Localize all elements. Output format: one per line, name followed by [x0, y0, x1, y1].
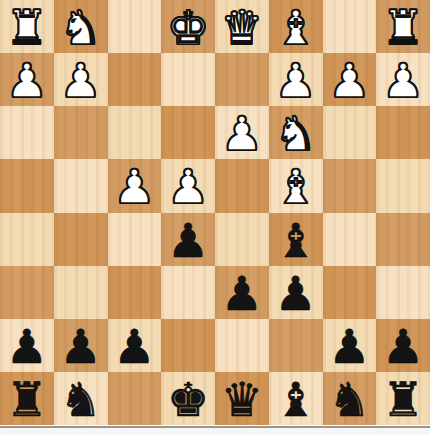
white-pawn[interactable]: ♟	[6, 57, 48, 104]
black-pawn[interactable]: ♟	[113, 323, 155, 370]
square-h6[interactable]	[0, 266, 54, 319]
white-bishop[interactable]: ♝	[275, 4, 317, 51]
square-c1[interactable]: ♝	[269, 0, 323, 53]
square-f1[interactable]	[108, 0, 162, 53]
square-b6[interactable]	[323, 266, 377, 319]
square-c4[interactable]: ♝	[269, 159, 323, 212]
square-e3[interactable]	[161, 106, 215, 159]
black-knight[interactable]: ♞	[328, 376, 370, 423]
white-pawn[interactable]: ♟	[382, 57, 424, 104]
square-a8[interactable]: ♜	[376, 372, 430, 425]
square-g1[interactable]: ♞	[54, 0, 108, 53]
square-b5[interactable]	[323, 213, 377, 266]
square-a4[interactable]	[376, 159, 430, 212]
black-pawn[interactable]: ♟	[221, 270, 263, 317]
square-f5[interactable]	[108, 213, 162, 266]
white-pawn[interactable]: ♟	[113, 163, 155, 210]
black-knight[interactable]: ♞	[60, 376, 102, 423]
square-d7[interactable]	[215, 319, 269, 372]
black-pawn[interactable]: ♟	[382, 323, 424, 370]
square-g8[interactable]: ♞	[54, 372, 108, 425]
square-d8[interactable]: ♛	[215, 372, 269, 425]
square-d4[interactable]	[215, 159, 269, 212]
chess-board: ♜♞♚♛♝♜♟♟♟♟♟♟♞♟♟♝♟♝♟♟♟♟♟♟♟♜♞♚♛♝♞♜	[0, 0, 430, 425]
square-e7[interactable]	[161, 319, 215, 372]
square-g6[interactable]	[54, 266, 108, 319]
square-f4[interactable]: ♟	[108, 159, 162, 212]
square-a2[interactable]: ♟	[376, 53, 430, 106]
square-h1[interactable]: ♜	[0, 0, 54, 53]
square-d1[interactable]: ♛	[215, 0, 269, 53]
black-rook[interactable]: ♜	[6, 376, 48, 423]
square-a5[interactable]	[376, 213, 430, 266]
white-knight[interactable]: ♞	[275, 110, 317, 157]
square-h2[interactable]: ♟	[0, 53, 54, 106]
square-d2[interactable]	[215, 53, 269, 106]
square-f2[interactable]	[108, 53, 162, 106]
white-pawn[interactable]: ♟	[221, 110, 263, 157]
square-a7[interactable]: ♟	[376, 319, 430, 372]
bottom-divider-panel	[0, 426, 430, 435]
white-bishop[interactable]: ♝	[275, 163, 317, 210]
square-g5[interactable]	[54, 213, 108, 266]
square-b8[interactable]: ♞	[323, 372, 377, 425]
square-c3[interactable]: ♞	[269, 106, 323, 159]
white-pawn[interactable]: ♟	[60, 57, 102, 104]
black-bishop[interactable]: ♝	[275, 217, 317, 264]
square-a1[interactable]: ♜	[376, 0, 430, 53]
square-h3[interactable]	[0, 106, 54, 159]
square-b7[interactable]: ♟	[323, 319, 377, 372]
black-pawn[interactable]: ♟	[328, 323, 370, 370]
square-h8[interactable]: ♜	[0, 372, 54, 425]
square-f8[interactable]	[108, 372, 162, 425]
square-a3[interactable]	[376, 106, 430, 159]
square-c5[interactable]: ♝	[269, 213, 323, 266]
square-c8[interactable]: ♝	[269, 372, 323, 425]
square-e8[interactable]: ♚	[161, 372, 215, 425]
square-b1[interactable]	[323, 0, 377, 53]
square-e6[interactable]	[161, 266, 215, 319]
square-c6[interactable]: ♟	[269, 266, 323, 319]
white-pawn[interactable]: ♟	[275, 57, 317, 104]
square-g3[interactable]	[54, 106, 108, 159]
square-a6[interactable]	[376, 266, 430, 319]
white-rook[interactable]: ♜	[6, 4, 48, 51]
black-rook[interactable]: ♜	[382, 376, 424, 423]
black-pawn[interactable]: ♟	[275, 270, 317, 317]
square-c2[interactable]: ♟	[269, 53, 323, 106]
square-h4[interactable]	[0, 159, 54, 212]
square-b4[interactable]	[323, 159, 377, 212]
square-h5[interactable]	[0, 213, 54, 266]
white-pawn[interactable]: ♟	[328, 57, 370, 104]
black-king[interactable]: ♚	[167, 376, 209, 423]
square-b3[interactable]	[323, 106, 377, 159]
black-pawn[interactable]: ♟	[167, 217, 209, 264]
square-e1[interactable]: ♚	[161, 0, 215, 53]
white-pawn[interactable]: ♟	[167, 163, 209, 210]
square-d3[interactable]: ♟	[215, 106, 269, 159]
black-bishop[interactable]: ♝	[275, 376, 317, 423]
square-g4[interactable]	[54, 159, 108, 212]
square-f3[interactable]	[108, 106, 162, 159]
square-g7[interactable]: ♟	[54, 319, 108, 372]
square-b2[interactable]: ♟	[323, 53, 377, 106]
white-knight[interactable]: ♞	[60, 4, 102, 51]
square-e5[interactable]: ♟	[161, 213, 215, 266]
black-queen[interactable]: ♛	[221, 376, 263, 423]
square-f7[interactable]: ♟	[108, 319, 162, 372]
square-g2[interactable]: ♟	[54, 53, 108, 106]
square-e4[interactable]: ♟	[161, 159, 215, 212]
square-d5[interactable]	[215, 213, 269, 266]
white-rook[interactable]: ♜	[382, 4, 424, 51]
white-king[interactable]: ♚	[167, 4, 209, 51]
white-queen[interactable]: ♛	[221, 4, 263, 51]
square-f6[interactable]	[108, 266, 162, 319]
square-h7[interactable]: ♟	[0, 319, 54, 372]
square-c7[interactable]	[269, 319, 323, 372]
square-d6[interactable]: ♟	[215, 266, 269, 319]
square-e2[interactable]	[161, 53, 215, 106]
black-pawn[interactable]: ♟	[60, 323, 102, 370]
black-pawn[interactable]: ♟	[6, 323, 48, 370]
